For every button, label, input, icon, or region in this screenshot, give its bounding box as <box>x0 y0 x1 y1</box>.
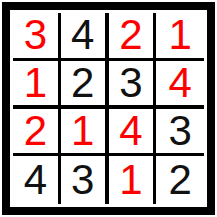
cell-r1c3[interactable]: 2 <box>109 13 157 61</box>
cell-r4c2[interactable]: 3 <box>61 156 109 204</box>
cell-r1c2[interactable]: 4 <box>61 13 109 61</box>
cell-r1c1[interactable]: 3 <box>13 13 61 61</box>
cell-r2c3[interactable]: 3 <box>109 61 157 109</box>
cell-r2c4[interactable]: 4 <box>156 61 204 109</box>
cell-r3c1[interactable]: 2 <box>13 109 61 157</box>
cell-r2c2[interactable]: 2 <box>61 61 109 109</box>
cell-r3c2[interactable]: 1 <box>61 109 109 157</box>
cell-r4c3[interactable]: 1 <box>109 156 157 204</box>
sudoku-grid: 3421123421434312 <box>13 13 204 204</box>
cell-r3c3[interactable]: 4 <box>109 109 157 157</box>
cell-r4c4[interactable]: 2 <box>156 156 204 204</box>
cell-r3c4[interactable]: 3 <box>156 109 204 157</box>
cell-r4c1[interactable]: 4 <box>13 156 61 204</box>
sudoku-board: 3421123421434312 <box>2 2 215 215</box>
cell-r2c1[interactable]: 1 <box>13 61 61 109</box>
cell-r1c4[interactable]: 1 <box>156 13 204 61</box>
